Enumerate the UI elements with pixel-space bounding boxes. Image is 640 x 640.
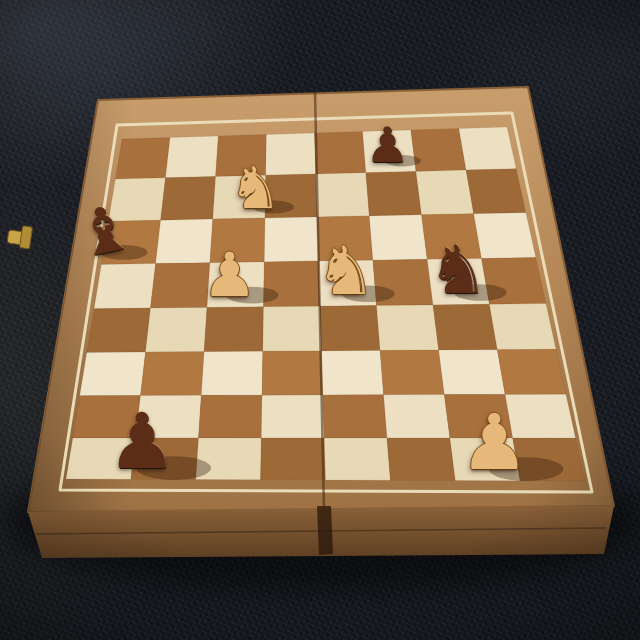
dark-pawn-b1[interactable]: ♟ bbox=[108, 403, 177, 480]
light-pawn-g1[interactable]: ♟ bbox=[460, 404, 529, 481]
dark-knight-g5[interactable]: ♞ bbox=[428, 237, 488, 304]
light-knight-e5[interactable]: ♞ bbox=[316, 238, 376, 305]
dark-bishop-a6[interactable]: ♝ bbox=[70, 195, 138, 268]
light-pawn-c5[interactable]: ♟ bbox=[202, 244, 257, 305]
pieces-layer: ♟♞♝♟♞♞♟♟ bbox=[0, 0, 640, 640]
board-photo-scene: ♟♞♝♟♞♞♟♟ bbox=[0, 0, 640, 640]
dark-pawn-f8[interactable]: ♟ bbox=[365, 121, 409, 170]
light-knight-c7[interactable]: ♞ bbox=[229, 159, 281, 217]
